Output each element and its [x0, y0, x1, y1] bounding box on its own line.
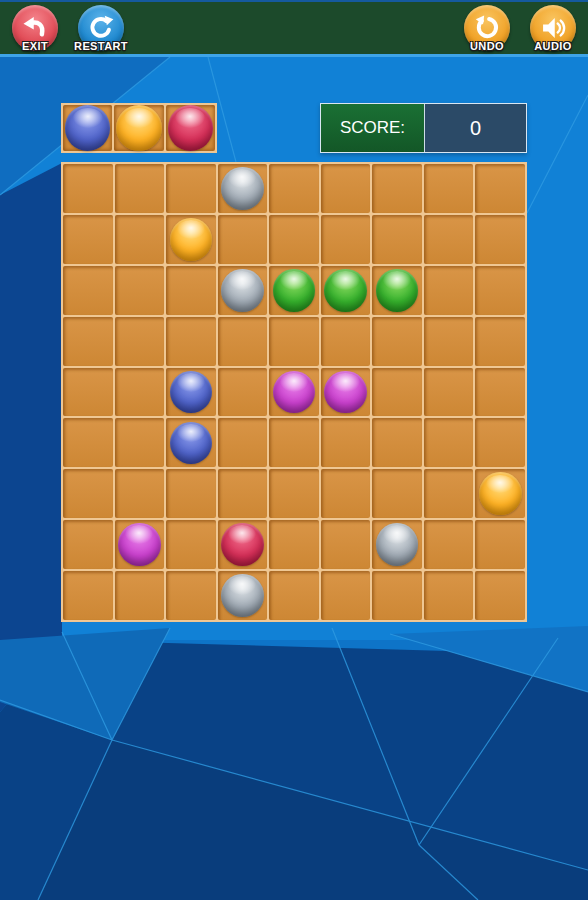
- cell-r3c7[interactable]: [372, 266, 422, 315]
- cell-r7c3[interactable]: [166, 469, 216, 518]
- magenta-ball[interactable]: [324, 371, 367, 414]
- cell-r2c5[interactable]: [269, 215, 319, 264]
- cell-r3c5[interactable]: [269, 266, 319, 315]
- cell-r1c8[interactable]: [424, 164, 474, 213]
- cell-r9c6[interactable]: [321, 571, 371, 620]
- cell-r7c2[interactable]: [115, 469, 165, 518]
- cell-r1c2[interactable]: [115, 164, 165, 213]
- cell-r5c4[interactable]: [218, 368, 268, 417]
- cell-r7c8[interactable]: [424, 469, 474, 518]
- cell-r3c6[interactable]: [321, 266, 371, 315]
- cell-r3c9[interactable]: [475, 266, 525, 315]
- blue-ball[interactable]: [170, 422, 213, 465]
- board: [61, 162, 527, 622]
- red-ball[interactable]: [221, 523, 264, 566]
- cell-r7c6[interactable]: [321, 469, 371, 518]
- undo-label: UNDO: [470, 40, 504, 52]
- cell-r2c4[interactable]: [218, 215, 268, 264]
- next-ball-cell-1: [63, 105, 112, 151]
- yellow-ball[interactable]: [479, 472, 522, 515]
- silver-ball[interactable]: [221, 269, 264, 312]
- cell-r3c8[interactable]: [424, 266, 474, 315]
- cell-r9c5[interactable]: [269, 571, 319, 620]
- cell-r5c5[interactable]: [269, 368, 319, 417]
- cell-r3c3[interactable]: [166, 266, 216, 315]
- exit-undo-arrow-icon: [20, 13, 50, 43]
- cell-r6c6[interactable]: [321, 418, 371, 467]
- cell-r8c5[interactable]: [269, 520, 319, 569]
- cell-r8c3[interactable]: [166, 520, 216, 569]
- cell-r1c1[interactable]: [63, 164, 113, 213]
- cell-r2c6[interactable]: [321, 215, 371, 264]
- cell-r5c1[interactable]: [63, 368, 113, 417]
- cell-r9c3[interactable]: [166, 571, 216, 620]
- score-label: SCORE:: [321, 104, 424, 152]
- magenta-ball[interactable]: [118, 523, 161, 566]
- cell-r3c1[interactable]: [63, 266, 113, 315]
- blue-ball[interactable]: [170, 371, 213, 414]
- cell-r5c7[interactable]: [372, 368, 422, 417]
- cell-r7c7[interactable]: [372, 469, 422, 518]
- cell-r1c6[interactable]: [321, 164, 371, 213]
- undo-arrow-icon: [473, 14, 501, 42]
- restart-label: RESTART: [74, 40, 128, 52]
- green-ball[interactable]: [376, 269, 419, 312]
- left-buttons: EXIT RESTART: [8, 2, 128, 54]
- cell-r2c3[interactable]: [166, 215, 216, 264]
- cell-r8c8[interactable]: [424, 520, 474, 569]
- cell-r4c4[interactable]: [218, 317, 268, 366]
- score-value: 0: [424, 104, 526, 152]
- cell-r9c2[interactable]: [115, 571, 165, 620]
- cell-r1c7[interactable]: [372, 164, 422, 213]
- cell-r2c7[interactable]: [372, 215, 422, 264]
- cell-r2c8[interactable]: [424, 215, 474, 264]
- cell-r6c3[interactable]: [166, 418, 216, 467]
- cell-r4c9[interactable]: [475, 317, 525, 366]
- cell-r8c9[interactable]: [475, 520, 525, 569]
- cell-r8c1[interactable]: [63, 520, 113, 569]
- cell-r2c1[interactable]: [63, 215, 113, 264]
- cell-r1c5[interactable]: [269, 164, 319, 213]
- cell-r1c9[interactable]: [475, 164, 525, 213]
- silver-ball[interactable]: [376, 523, 419, 566]
- cell-r5c6[interactable]: [321, 368, 371, 417]
- cell-r8c6[interactable]: [321, 520, 371, 569]
- cell-r1c3[interactable]: [166, 164, 216, 213]
- speaker-icon: [539, 14, 567, 42]
- cell-r7c1[interactable]: [63, 469, 113, 518]
- yellow-ball[interactable]: [116, 105, 161, 150]
- cell-r9c8[interactable]: [424, 571, 474, 620]
- next-ball-cell-2: [114, 105, 163, 151]
- cell-r2c2[interactable]: [115, 215, 165, 264]
- cell-r7c4[interactable]: [218, 469, 268, 518]
- cell-r6c8[interactable]: [424, 418, 474, 467]
- green-ball[interactable]: [324, 269, 367, 312]
- cell-r6c4[interactable]: [218, 418, 268, 467]
- cell-r7c5[interactable]: [269, 469, 319, 518]
- cell-r9c9[interactable]: [475, 571, 525, 620]
- cell-r4c5[interactable]: [269, 317, 319, 366]
- magenta-ball[interactable]: [273, 371, 316, 414]
- right-buttons: UNDO AUDIO: [460, 2, 580, 54]
- audio-label: AUDIO: [534, 40, 571, 52]
- cell-r4c3[interactable]: [166, 317, 216, 366]
- cell-r9c1[interactable]: [63, 571, 113, 620]
- exit-label: EXIT: [22, 40, 48, 52]
- cell-r2c9[interactable]: [475, 215, 525, 264]
- cell-r1c4[interactable]: [218, 164, 268, 213]
- cell-r3c4[interactable]: [218, 266, 268, 315]
- next-ball-cell-3: [166, 105, 215, 151]
- cell-r9c7[interactable]: [372, 571, 422, 620]
- audio-button[interactable]: AUDIO: [526, 5, 580, 54]
- cell-r7c9[interactable]: [475, 469, 525, 518]
- top-bar: EXIT RESTART U: [0, 0, 588, 57]
- cell-r4c1[interactable]: [63, 317, 113, 366]
- cell-r4c7[interactable]: [372, 317, 422, 366]
- game-screen: EXIT RESTART U: [0, 0, 588, 900]
- cell-r3c2[interactable]: [115, 266, 165, 315]
- cell-r5c2[interactable]: [115, 368, 165, 417]
- cell-r6c5[interactable]: [269, 418, 319, 467]
- cell-r6c9[interactable]: [475, 418, 525, 467]
- cell-r6c7[interactable]: [372, 418, 422, 467]
- cell-r8c4[interactable]: [218, 520, 268, 569]
- cell-r5c3[interactable]: [166, 368, 216, 417]
- restart-button[interactable]: RESTART: [74, 5, 128, 54]
- cell-r9c4[interactable]: [218, 571, 268, 620]
- undo-button[interactable]: UNDO: [460, 5, 514, 54]
- cell-r8c2[interactable]: [115, 520, 165, 569]
- cell-r5c8[interactable]: [424, 368, 474, 417]
- blue-ball[interactable]: [65, 105, 110, 150]
- cell-r8c7[interactable]: [372, 520, 422, 569]
- score-panel: SCORE: 0: [320, 103, 527, 153]
- cell-r5c9[interactable]: [475, 368, 525, 417]
- red-ball[interactable]: [168, 105, 213, 150]
- silver-ball[interactable]: [221, 167, 264, 210]
- restart-recycle-icon: [87, 14, 115, 42]
- green-ball[interactable]: [273, 269, 316, 312]
- yellow-ball[interactable]: [170, 218, 213, 261]
- next-balls-tray: [61, 103, 217, 153]
- cell-r4c2[interactable]: [115, 317, 165, 366]
- cell-r4c6[interactable]: [321, 317, 371, 366]
- silver-ball[interactable]: [221, 574, 264, 617]
- cell-r6c2[interactable]: [115, 418, 165, 467]
- exit-button[interactable]: EXIT: [8, 5, 62, 54]
- cell-r4c8[interactable]: [424, 317, 474, 366]
- cell-r6c1[interactable]: [63, 418, 113, 467]
